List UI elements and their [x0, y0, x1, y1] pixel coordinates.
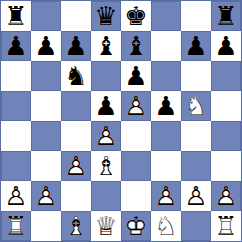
square-e6[interactable]: ♟ — [121, 61, 151, 91]
square-g8[interactable] — [181, 1, 211, 31]
square-e5[interactable]: ♟♙ — [121, 91, 151, 121]
piece-outline-glyph: ♕ — [91, 211, 121, 241]
square-d8[interactable]: ♛ — [91, 1, 121, 31]
piece-white-pawn: ♟♙ — [1, 181, 31, 211]
square-d6[interactable] — [91, 61, 121, 91]
square-c2[interactable] — [61, 181, 91, 211]
piece-outline-glyph: ♘ — [181, 91, 211, 121]
piece-white-queen: ♛♕ — [91, 211, 121, 241]
piece-glyph: ♟ — [211, 31, 241, 61]
piece-white-pawn: ♟♙ — [211, 181, 241, 211]
piece-white-pawn: ♟♙ — [31, 181, 61, 211]
piece-black-queen: ♛ — [91, 1, 121, 31]
square-b3[interactable] — [31, 151, 61, 181]
square-b7[interactable]: ♟ — [31, 31, 61, 61]
square-f2[interactable]: ♟♙ — [151, 181, 181, 211]
square-d1[interactable]: ♛♕ — [91, 211, 121, 241]
square-d4[interactable]: ♟♙ — [91, 121, 121, 151]
piece-glyph: ♞ — [61, 61, 91, 91]
piece-outline-glyph: ♗ — [91, 151, 121, 181]
square-f3[interactable] — [151, 151, 181, 181]
piece-black-knight: ♞ — [61, 61, 91, 91]
square-b5[interactable] — [31, 91, 61, 121]
piece-white-bishop: ♝♗ — [91, 151, 121, 181]
square-c4[interactable] — [61, 121, 91, 151]
piece-glyph: ♟ — [121, 61, 151, 91]
piece-glyph: ♟ — [1, 31, 31, 61]
square-a4[interactable] — [1, 121, 31, 151]
square-f7[interactable] — [151, 31, 181, 61]
piece-glyph: ♟ — [31, 31, 61, 61]
piece-white-knight: ♞♘ — [181, 91, 211, 121]
square-b4[interactable] — [31, 121, 61, 151]
piece-black-pawn: ♟ — [1, 31, 31, 61]
piece-outline-glyph: ♙ — [1, 181, 31, 211]
square-e1[interactable]: ♚♔ — [121, 211, 151, 241]
piece-outline-glyph: ♘ — [151, 211, 181, 241]
square-f8[interactable] — [151, 1, 181, 31]
piece-outline-glyph: ♙ — [211, 181, 241, 211]
square-f6[interactable] — [151, 61, 181, 91]
square-d5[interactable]: ♟ — [91, 91, 121, 121]
square-c1[interactable]: ♝♗ — [61, 211, 91, 241]
piece-outline-glyph: ♙ — [61, 151, 91, 181]
piece-black-pawn: ♟ — [31, 31, 61, 61]
square-e4[interactable] — [121, 121, 151, 151]
square-b1[interactable] — [31, 211, 61, 241]
piece-black-king: ♚ — [121, 1, 151, 31]
piece-black-pawn: ♟ — [151, 91, 181, 121]
piece-outline-glyph: ♔ — [121, 211, 151, 241]
piece-black-pawn: ♟ — [91, 91, 121, 121]
square-g4[interactable] — [181, 121, 211, 151]
square-b2[interactable]: ♟♙ — [31, 181, 61, 211]
square-a7[interactable]: ♟ — [1, 31, 31, 61]
piece-glyph: ♝ — [91, 31, 121, 61]
piece-outline-glyph: ♙ — [121, 91, 151, 121]
square-a8[interactable]: ♜ — [1, 1, 31, 31]
piece-outline-glyph: ♙ — [31, 181, 61, 211]
piece-glyph: ♛ — [91, 1, 121, 31]
square-f4[interactable] — [151, 121, 181, 151]
piece-black-pawn: ♟ — [211, 31, 241, 61]
square-h3[interactable] — [211, 151, 241, 181]
square-a6[interactable] — [1, 61, 31, 91]
piece-black-pawn: ♟ — [121, 61, 151, 91]
piece-white-pawn: ♟♙ — [61, 151, 91, 181]
piece-glyph: ♟ — [151, 91, 181, 121]
piece-black-bishop: ♝ — [121, 31, 151, 61]
piece-white-pawn: ♟♙ — [121, 91, 151, 121]
square-g2[interactable]: ♟♙ — [181, 181, 211, 211]
square-c3[interactable]: ♟♙ — [61, 151, 91, 181]
piece-white-rook: ♜♖ — [1, 211, 31, 241]
piece-black-bishop: ♝ — [91, 31, 121, 61]
square-g1[interactable] — [181, 211, 211, 241]
piece-outline-glyph: ♙ — [181, 181, 211, 211]
piece-black-rook: ♜ — [1, 1, 31, 31]
piece-black-pawn: ♟ — [181, 31, 211, 61]
piece-glyph: ♝ — [121, 31, 151, 61]
square-e7[interactable]: ♝ — [121, 31, 151, 61]
square-b8[interactable] — [31, 1, 61, 31]
square-e3[interactable] — [121, 151, 151, 181]
square-h1[interactable]: ♜♖ — [211, 211, 241, 241]
square-c6[interactable]: ♞ — [61, 61, 91, 91]
square-e8[interactable]: ♚ — [121, 1, 151, 31]
piece-white-pawn: ♟♙ — [151, 181, 181, 211]
square-h7[interactable]: ♟ — [211, 31, 241, 61]
piece-black-rook: ♜ — [211, 1, 241, 31]
piece-outline-glyph: ♗ — [61, 211, 91, 241]
square-a5[interactable] — [1, 91, 31, 121]
square-h8[interactable]: ♜ — [211, 1, 241, 31]
square-f1[interactable]: ♞♘ — [151, 211, 181, 241]
square-h6[interactable] — [211, 61, 241, 91]
piece-white-king: ♚♔ — [121, 211, 151, 241]
piece-glyph: ♟ — [61, 31, 91, 61]
square-d2[interactable] — [91, 181, 121, 211]
piece-glyph: ♜ — [1, 1, 31, 31]
square-e2[interactable] — [121, 181, 151, 211]
piece-outline-glyph: ♙ — [91, 121, 121, 151]
square-c5[interactable] — [61, 91, 91, 121]
piece-white-pawn: ♟♙ — [181, 181, 211, 211]
piece-glyph: ♚ — [121, 1, 151, 31]
piece-outline-glyph: ♖ — [211, 211, 241, 241]
piece-outline-glyph: ♖ — [1, 211, 31, 241]
square-d7[interactable]: ♝ — [91, 31, 121, 61]
square-a3[interactable] — [1, 151, 31, 181]
square-h4[interactable] — [211, 121, 241, 151]
square-h5[interactable] — [211, 91, 241, 121]
square-h2[interactable]: ♟♙ — [211, 181, 241, 211]
square-c8[interactable] — [61, 1, 91, 31]
square-g6[interactable] — [181, 61, 211, 91]
piece-glyph: ♟ — [181, 31, 211, 61]
piece-white-rook: ♜♖ — [211, 211, 241, 241]
square-b6[interactable] — [31, 61, 61, 91]
square-f5[interactable]: ♟ — [151, 91, 181, 121]
piece-white-pawn: ♟♙ — [91, 121, 121, 151]
square-a2[interactable]: ♟♙ — [1, 181, 31, 211]
square-a1[interactable]: ♜♖ — [1, 211, 31, 241]
square-c7[interactable]: ♟ — [61, 31, 91, 61]
piece-white-bishop: ♝♗ — [61, 211, 91, 241]
piece-outline-glyph: ♙ — [151, 181, 181, 211]
square-d3[interactable]: ♝♗ — [91, 151, 121, 181]
square-g3[interactable] — [181, 151, 211, 181]
square-g7[interactable]: ♟ — [181, 31, 211, 61]
piece-glyph: ♟ — [91, 91, 121, 121]
piece-glyph: ♜ — [211, 1, 241, 31]
chess-board: ♜♛♚♜♟♟♟♝♝♟♟♞♟♟♟♙♟♞♘♟♙♟♙♝♗♟♙♟♙♟♙♟♙♟♙♜♖♝♗♛… — [0, 0, 242, 242]
piece-white-knight: ♞♘ — [151, 211, 181, 241]
piece-black-pawn: ♟ — [61, 31, 91, 61]
square-g5[interactable]: ♞♘ — [181, 91, 211, 121]
